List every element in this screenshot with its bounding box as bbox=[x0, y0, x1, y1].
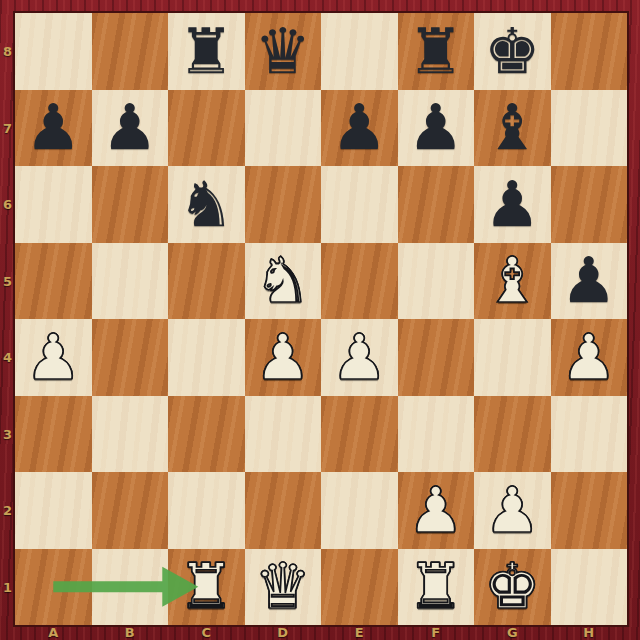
square-d4: ♟ bbox=[245, 319, 322, 396]
rank-label-6: 6 bbox=[0, 197, 15, 212]
square-f3 bbox=[398, 396, 475, 473]
square-b2 bbox=[92, 472, 169, 549]
square-c8: ♜ bbox=[168, 13, 245, 90]
square-b5 bbox=[92, 243, 169, 320]
file-label-b: B bbox=[125, 625, 135, 640]
square-e1 bbox=[321, 549, 398, 626]
square-g7: ♝ bbox=[474, 90, 551, 167]
piece-black-pawn: ♟ bbox=[484, 173, 540, 236]
square-e3 bbox=[321, 396, 398, 473]
piece-white-pawn: ♟ bbox=[408, 479, 464, 542]
square-a1 bbox=[15, 549, 92, 626]
chessboard-diagram: ♜♛♜♚♟♟♟♟♝♞♟♞♝♟♟♟♟♟♟♟♜♛♜♚ 12345678ABCDEFG… bbox=[0, 0, 640, 640]
square-b7: ♟ bbox=[92, 90, 169, 167]
square-e4: ♟ bbox=[321, 319, 398, 396]
piece-black-king: ♚ bbox=[484, 20, 540, 83]
piece-black-pawn: ♟ bbox=[331, 96, 387, 159]
square-a3 bbox=[15, 396, 92, 473]
piece-black-bishop: ♝ bbox=[484, 96, 540, 159]
piece-black-pawn: ♟ bbox=[25, 96, 81, 159]
square-h3 bbox=[551, 396, 628, 473]
square-a7: ♟ bbox=[15, 90, 92, 167]
square-a2 bbox=[15, 472, 92, 549]
square-e5 bbox=[321, 243, 398, 320]
piece-white-pawn: ♟ bbox=[25, 326, 81, 389]
square-d5: ♞ bbox=[245, 243, 322, 320]
piece-black-knight: ♞ bbox=[178, 173, 234, 236]
rank-label-3: 3 bbox=[0, 426, 15, 441]
square-f1: ♜ bbox=[398, 549, 475, 626]
file-label-e: E bbox=[355, 625, 364, 640]
square-c7 bbox=[168, 90, 245, 167]
piece-black-pawn: ♟ bbox=[408, 96, 464, 159]
piece-black-pawn: ♟ bbox=[102, 96, 158, 159]
square-b8 bbox=[92, 13, 169, 90]
square-g2: ♟ bbox=[474, 472, 551, 549]
square-f5 bbox=[398, 243, 475, 320]
piece-white-pawn: ♟ bbox=[331, 326, 387, 389]
square-a6 bbox=[15, 166, 92, 243]
file-label-f: F bbox=[431, 625, 440, 640]
square-h1 bbox=[551, 549, 628, 626]
square-a4: ♟ bbox=[15, 319, 92, 396]
square-e2 bbox=[321, 472, 398, 549]
square-b1 bbox=[92, 549, 169, 626]
square-h6 bbox=[551, 166, 628, 243]
square-c1: ♜ bbox=[168, 549, 245, 626]
square-h7 bbox=[551, 90, 628, 167]
square-d8: ♛ bbox=[245, 13, 322, 90]
piece-white-pawn: ♟ bbox=[255, 326, 311, 389]
file-label-d: D bbox=[277, 625, 288, 640]
piece-white-rook: ♜ bbox=[178, 555, 234, 618]
rank-label-2: 2 bbox=[0, 503, 15, 518]
file-label-g: G bbox=[507, 625, 518, 640]
square-e7: ♟ bbox=[321, 90, 398, 167]
square-g5: ♝ bbox=[474, 243, 551, 320]
rank-label-5: 5 bbox=[0, 273, 15, 288]
square-c6: ♞ bbox=[168, 166, 245, 243]
piece-white-knight: ♞ bbox=[255, 249, 311, 312]
square-g6: ♟ bbox=[474, 166, 551, 243]
rank-label-8: 8 bbox=[0, 44, 15, 59]
chess-board: ♜♛♜♚♟♟♟♟♝♞♟♞♝♟♟♟♟♟♟♟♜♛♜♚ bbox=[15, 13, 627, 625]
square-c4 bbox=[168, 319, 245, 396]
square-h8 bbox=[551, 13, 628, 90]
square-c3 bbox=[168, 396, 245, 473]
square-g4 bbox=[474, 319, 551, 396]
square-g1: ♚ bbox=[474, 549, 551, 626]
square-h2 bbox=[551, 472, 628, 549]
square-f4 bbox=[398, 319, 475, 396]
file-label-h: H bbox=[583, 625, 594, 640]
piece-white-queen: ♛ bbox=[255, 555, 311, 618]
square-c2 bbox=[168, 472, 245, 549]
square-e8 bbox=[321, 13, 398, 90]
square-b3 bbox=[92, 396, 169, 473]
piece-white-pawn: ♟ bbox=[484, 479, 540, 542]
piece-black-queen: ♛ bbox=[255, 20, 311, 83]
square-f7: ♟ bbox=[398, 90, 475, 167]
piece-white-bishop: ♝ bbox=[484, 249, 540, 312]
square-h5: ♟ bbox=[551, 243, 628, 320]
piece-black-rook: ♜ bbox=[178, 20, 234, 83]
square-c5 bbox=[168, 243, 245, 320]
piece-white-king: ♚ bbox=[484, 555, 540, 618]
square-f8: ♜ bbox=[398, 13, 475, 90]
square-g3 bbox=[474, 396, 551, 473]
square-d3 bbox=[245, 396, 322, 473]
square-d1: ♛ bbox=[245, 549, 322, 626]
square-f2: ♟ bbox=[398, 472, 475, 549]
piece-white-rook: ♜ bbox=[408, 555, 464, 618]
square-f6 bbox=[398, 166, 475, 243]
square-b6 bbox=[92, 166, 169, 243]
square-g8: ♚ bbox=[474, 13, 551, 90]
square-d7 bbox=[245, 90, 322, 167]
square-h4: ♟ bbox=[551, 319, 628, 396]
rank-label-1: 1 bbox=[0, 579, 15, 594]
file-label-c: C bbox=[201, 625, 211, 640]
square-e6 bbox=[321, 166, 398, 243]
square-a8 bbox=[15, 13, 92, 90]
piece-black-rook: ♜ bbox=[408, 20, 464, 83]
rank-label-7: 7 bbox=[0, 120, 15, 135]
square-d6 bbox=[245, 166, 322, 243]
file-label-a: A bbox=[48, 625, 58, 640]
piece-black-pawn: ♟ bbox=[561, 249, 617, 312]
square-a5 bbox=[15, 243, 92, 320]
square-b4 bbox=[92, 319, 169, 396]
piece-white-pawn: ♟ bbox=[561, 326, 617, 389]
rank-label-4: 4 bbox=[0, 350, 15, 365]
square-d2 bbox=[245, 472, 322, 549]
